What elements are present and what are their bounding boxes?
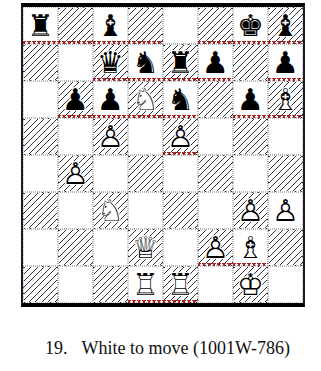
spellcheck-squiggle [233,115,268,119]
square-g1: ♚♔ [233,266,268,303]
black-queen: ♛ [97,48,124,78]
square-a5 [23,118,58,155]
square-h8: ♝ [268,7,303,44]
white-knight: ♞♘ [132,85,159,115]
piece-outline: ♙ [62,156,89,191]
piece-outline: ♙ [97,119,124,154]
square-f6 [198,81,233,118]
spellcheck-squiggle [268,115,303,119]
square-e5: ♟♙ [163,118,198,155]
spellcheck-squiggle [93,115,128,119]
square-d1: ♜♖ [128,266,163,303]
square-f5 [198,118,233,155]
spellcheck-squiggle [128,300,163,304]
black-king: ♚ [237,11,264,41]
piece-outline: ♕ [132,230,159,265]
spellcheck-squiggle [93,78,128,82]
white-pawn: ♟♙ [97,122,124,152]
white-pawn: ♟♙ [237,196,264,226]
white-pawn: ♟♙ [167,122,194,152]
square-a2 [23,229,58,266]
square-c1 [93,266,128,303]
square-h2 [268,229,303,266]
spellcheck-squiggle [58,115,93,119]
piece-outline: ♙ [202,230,229,265]
square-b5 [58,118,93,155]
square-f7: ♟ [198,44,233,81]
white-queen: ♛♕ [132,233,159,263]
spellcheck-squiggle [128,115,163,119]
square-h4 [268,155,303,192]
spellcheck-squiggle [198,41,233,45]
square-e7: ♜ [163,44,198,81]
white-pawn: ♟♙ [272,196,299,226]
square-c8: ♝ [93,7,128,44]
black-pawn: ♟ [237,85,264,115]
caption-number: 19. [45,338,68,358]
piece-outline: ♖ [167,267,194,302]
board-frame: ♜♝♚♝♛♞♜♟♟♟♟♞♘♞♟♝♗♟♙♟♙♟♙♞♘♟♙♟♙♛♕♟♙♝♗♜♖♜♖♚… [21,3,305,307]
black-pawn: ♟ [97,85,124,115]
white-knight: ♞♘ [97,196,124,226]
square-g7 [233,44,268,81]
piece-outline: ♗ [237,230,264,265]
square-h3: ♟♙ [268,192,303,229]
square-g5 [233,118,268,155]
square-c3: ♞♘ [93,192,128,229]
spellcheck-squiggle [268,78,303,82]
spellcheck-squiggle [163,115,198,119]
black-bishop: ♝ [97,11,124,41]
spellcheck-squiggle [233,41,268,45]
square-h5 [268,118,303,155]
square-c7: ♛ [93,44,128,81]
white-rook: ♜♖ [132,270,159,300]
square-f4 [198,155,233,192]
piece-outline: ♙ [167,119,194,154]
spellcheck-squiggle [128,78,163,82]
square-a1 [23,266,58,303]
square-e3 [163,192,198,229]
square-e8 [163,7,198,44]
square-e1: ♜♖ [163,266,198,303]
spellcheck-squiggle [93,41,128,45]
board: ♜♝♚♝♛♞♜♟♟♟♟♞♘♞♟♝♗♟♙♟♙♟♙♞♘♟♙♟♙♛♕♟♙♝♗♜♖♜♖♚… [23,7,303,303]
black-knight: ♞ [132,48,159,78]
square-a4 [23,155,58,192]
spellcheck-squiggle [198,263,233,267]
caption-text: White to move (1001W-786) [82,338,290,358]
square-b2 [58,229,93,266]
square-c5: ♟♙ [93,118,128,155]
square-b3 [58,192,93,229]
spellcheck-squiggle [163,300,198,304]
square-e2 [163,229,198,266]
square-g4 [233,155,268,192]
square-d4 [128,155,163,192]
square-a8: ♜ [23,7,58,44]
spellcheck-squiggle [58,41,93,45]
piece-outline: ♖ [132,267,159,302]
white-bishop: ♝♗ [272,85,299,115]
square-f3 [198,192,233,229]
caption: 19.White to move (1001W-786) [0,338,321,359]
black-pawn: ♟ [202,48,229,78]
piece-outline: ♘ [132,82,159,117]
square-e4 [163,155,198,192]
square-b4: ♟♙ [58,155,93,192]
square-d5 [128,118,163,155]
spellcheck-squiggle [233,263,268,267]
spellcheck-squiggle [23,41,58,45]
square-g3: ♟♙ [233,192,268,229]
square-g8: ♚ [233,7,268,44]
white-rook: ♜♖ [167,270,194,300]
square-b8 [58,7,93,44]
white-pawn: ♟♙ [202,233,229,263]
square-e6: ♞ [163,81,198,118]
black-pawn: ♟ [62,85,89,115]
piece-outline: ♙ [272,193,299,228]
square-g6: ♟ [233,81,268,118]
square-h6: ♝♗ [268,81,303,118]
square-f8 [198,7,233,44]
square-c4 [93,155,128,192]
white-pawn: ♟♙ [62,159,89,189]
square-c6: ♟ [93,81,128,118]
piece-outline: ♘ [97,193,124,228]
black-bishop: ♝ [272,11,299,41]
square-f2: ♟♙ [198,229,233,266]
square-d6: ♞♘ [128,81,163,118]
spellcheck-squiggle [268,41,303,45]
square-f1 [198,266,233,303]
white-king: ♚♔ [237,270,264,300]
spellcheck-squiggle [163,78,198,82]
square-d2: ♛♕ [128,229,163,266]
square-g2: ♝♗ [233,229,268,266]
chess-diagram: ♜♝♚♝♛♞♜♟♟♟♟♞♘♞♟♝♗♟♙♟♙♟♙♞♘♟♙♟♙♛♕♟♙♝♗♜♖♜♖♚… [0,0,321,371]
black-rook: ♜ [27,11,54,41]
spellcheck-squiggle [163,152,198,156]
black-rook: ♜ [167,48,194,78]
spellcheck-squiggle [198,78,233,82]
square-b1 [58,266,93,303]
square-d8 [128,7,163,44]
piece-outline: ♔ [237,267,264,302]
square-a3 [23,192,58,229]
square-h1 [268,266,303,303]
piece-outline: ♙ [237,193,264,228]
square-d7: ♞ [128,44,163,81]
square-h7: ♟ [268,44,303,81]
white-bishop: ♝♗ [237,233,264,263]
square-c2 [93,229,128,266]
square-b7 [58,44,93,81]
black-pawn: ♟ [272,48,299,78]
square-a6 [23,81,58,118]
square-a7 [23,44,58,81]
square-d3 [128,192,163,229]
spellcheck-squiggle [128,41,163,45]
black-knight: ♞ [167,85,194,115]
piece-outline: ♗ [272,82,299,117]
square-b6: ♟ [58,81,93,118]
